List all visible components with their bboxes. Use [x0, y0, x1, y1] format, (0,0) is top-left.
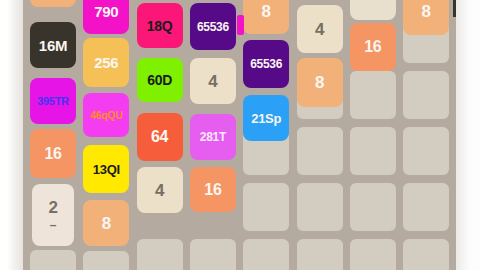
tile-8: 8: [297, 58, 343, 107]
right-gutter: [456, 0, 480, 270]
empty-cell: [243, 183, 289, 231]
empty-cell: [190, 239, 236, 270]
cutoff-tile: [350, 0, 396, 20]
empty-cell: [243, 239, 289, 270]
tile-64: 64: [137, 113, 183, 161]
tile-18Q: 18Q: [137, 3, 183, 48]
tile-60D: 60D: [137, 58, 183, 102]
tile-16M: 16M: [30, 22, 76, 68]
empty-cell: [297, 239, 343, 270]
empty-cell: [297, 127, 343, 175]
empty-cell: [350, 127, 396, 175]
empty-cell: [30, 250, 76, 270]
empty-cell: [403, 239, 449, 270]
tile-65536: 65536: [243, 40, 289, 88]
game-viewport: 16M395TR162–79025646qQU13QI818Q60D644655…: [0, 0, 480, 270]
empty-cell: [403, 71, 449, 119]
tile-256: 256: [83, 38, 129, 87]
tile-21Sp: 21Sp: [243, 95, 289, 141]
empty-cell: [350, 71, 396, 119]
empty-cell: [403, 183, 449, 231]
tile-16: 16: [350, 23, 396, 71]
empty-cell: [350, 239, 396, 270]
tile-4: 4: [297, 5, 343, 53]
tile-8: 8: [403, 0, 449, 35]
tile-13QI: 13QI: [83, 145, 129, 193]
tile-4: 4: [137, 167, 183, 213]
tile-46qQU: 46qQU: [83, 93, 129, 137]
empty-cell: [403, 127, 449, 175]
tile-281T: 281T: [190, 114, 236, 160]
left-gutter: [0, 0, 23, 270]
tile-790: 790: [83, 0, 129, 34]
tile-8: 8: [243, 0, 289, 34]
tile-65536: 65536: [190, 3, 236, 50]
cutoff-tile-sliver: [237, 15, 244, 35]
empty-cell: [137, 239, 183, 270]
empty-cell: [350, 183, 396, 231]
empty-cell: [83, 251, 129, 270]
tile-4: 4: [190, 58, 236, 104]
cutoff-tile: [30, 0, 76, 7]
tile-2: 2–: [32, 184, 74, 246]
empty-cell: [297, 183, 343, 231]
tile-16: 16: [190, 167, 236, 212]
tile-8: 8: [83, 200, 129, 246]
tile-16: 16: [30, 129, 76, 178]
tile-395TR: 395TR: [30, 78, 76, 124]
screen-edge-notch: [453, 0, 457, 17]
